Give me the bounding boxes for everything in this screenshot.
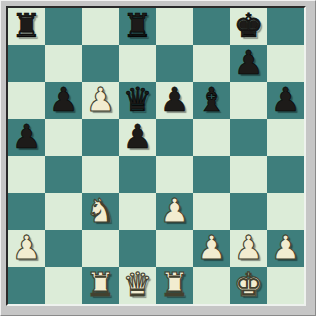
square-b1[interactable] (45, 267, 82, 304)
square-a6[interactable] (8, 82, 45, 119)
square-c2[interactable] (82, 230, 119, 267)
square-e2[interactable] (156, 230, 193, 267)
square-g4[interactable] (230, 156, 267, 193)
piece-white-queen[interactable]: ♛ (123, 268, 153, 301)
square-d2[interactable] (119, 230, 156, 267)
piece-white-knight[interactable]: ♞ (86, 194, 116, 227)
square-b7[interactable] (45, 45, 82, 82)
square-d6[interactable]: ♛ (119, 82, 156, 119)
piece-white-pawn[interactable]: ♟ (271, 231, 301, 264)
square-d4[interactable] (119, 156, 156, 193)
square-f7[interactable] (193, 45, 230, 82)
square-b2[interactable] (45, 230, 82, 267)
square-f3[interactable] (193, 193, 230, 230)
square-h8[interactable] (267, 8, 304, 45)
piece-white-pawn[interactable]: ♟ (160, 194, 190, 227)
square-a4[interactable] (8, 156, 45, 193)
square-h5[interactable] (267, 119, 304, 156)
square-g5[interactable] (230, 119, 267, 156)
square-g2[interactable]: ♟ (230, 230, 267, 267)
square-d3[interactable] (119, 193, 156, 230)
square-e8[interactable] (156, 8, 193, 45)
piece-black-pawn[interactable]: ♟ (12, 120, 42, 153)
square-d8[interactable]: ♜ (119, 8, 156, 45)
square-c5[interactable] (82, 119, 119, 156)
square-c7[interactable] (82, 45, 119, 82)
piece-white-king[interactable]: ♚ (234, 268, 264, 301)
square-e7[interactable] (156, 45, 193, 82)
square-f4[interactable] (193, 156, 230, 193)
square-e3[interactable]: ♟ (156, 193, 193, 230)
square-a3[interactable] (8, 193, 45, 230)
piece-black-pawn[interactable]: ♟ (234, 46, 264, 79)
piece-black-pawn[interactable]: ♟ (49, 83, 79, 116)
board-frame: ♜♜♚♟♟♟♛♟♝♟♟♟♞♟♟♟♟♟♜♛♜♚ (0, 0, 316, 316)
piece-black-queen[interactable]: ♛ (123, 83, 153, 116)
square-b3[interactable] (45, 193, 82, 230)
piece-black-rook[interactable]: ♜ (123, 9, 153, 42)
chess-board: ♜♜♚♟♟♟♛♟♝♟♟♟♞♟♟♟♟♟♜♛♜♚ (6, 6, 306, 306)
piece-black-pawn[interactable]: ♟ (123, 120, 153, 153)
piece-white-rook[interactable]: ♜ (86, 268, 116, 301)
square-f6[interactable]: ♝ (193, 82, 230, 119)
square-a2[interactable]: ♟ (8, 230, 45, 267)
square-b6[interactable]: ♟ (45, 82, 82, 119)
square-a5[interactable]: ♟ (8, 119, 45, 156)
piece-white-rook[interactable]: ♜ (160, 268, 190, 301)
square-a8[interactable]: ♜ (8, 8, 45, 45)
square-e4[interactable] (156, 156, 193, 193)
square-e5[interactable] (156, 119, 193, 156)
piece-black-pawn[interactable]: ♟ (271, 83, 301, 116)
piece-white-pawn[interactable]: ♟ (12, 231, 42, 264)
square-c8[interactable] (82, 8, 119, 45)
square-b8[interactable] (45, 8, 82, 45)
square-d7[interactable] (119, 45, 156, 82)
square-h1[interactable] (267, 267, 304, 304)
square-g3[interactable] (230, 193, 267, 230)
piece-white-pawn[interactable]: ♟ (234, 231, 264, 264)
square-c1[interactable]: ♜ (82, 267, 119, 304)
square-f8[interactable] (193, 8, 230, 45)
square-a7[interactable] (8, 45, 45, 82)
piece-white-pawn[interactable]: ♟ (197, 231, 227, 264)
square-f5[interactable] (193, 119, 230, 156)
square-g1[interactable]: ♚ (230, 267, 267, 304)
square-h4[interactable] (267, 156, 304, 193)
square-c6[interactable]: ♟ (82, 82, 119, 119)
square-g8[interactable]: ♚ (230, 8, 267, 45)
square-h2[interactable]: ♟ (267, 230, 304, 267)
square-a1[interactable] (8, 267, 45, 304)
square-b4[interactable] (45, 156, 82, 193)
square-e6[interactable]: ♟ (156, 82, 193, 119)
square-d5[interactable]: ♟ (119, 119, 156, 156)
square-h3[interactable] (267, 193, 304, 230)
square-h7[interactable] (267, 45, 304, 82)
square-c4[interactable] (82, 156, 119, 193)
piece-black-bishop[interactable]: ♝ (197, 83, 227, 116)
piece-black-pawn[interactable]: ♟ (160, 83, 190, 116)
square-f2[interactable]: ♟ (193, 230, 230, 267)
square-c3[interactable]: ♞ (82, 193, 119, 230)
square-b5[interactable] (45, 119, 82, 156)
square-g7[interactable]: ♟ (230, 45, 267, 82)
piece-black-rook[interactable]: ♜ (12, 9, 42, 42)
piece-white-pawn[interactable]: ♟ (86, 83, 116, 116)
square-g6[interactable] (230, 82, 267, 119)
square-h6[interactable]: ♟ (267, 82, 304, 119)
square-d1[interactable]: ♛ (119, 267, 156, 304)
square-e1[interactable]: ♜ (156, 267, 193, 304)
square-f1[interactable] (193, 267, 230, 304)
piece-black-king[interactable]: ♚ (234, 9, 264, 42)
